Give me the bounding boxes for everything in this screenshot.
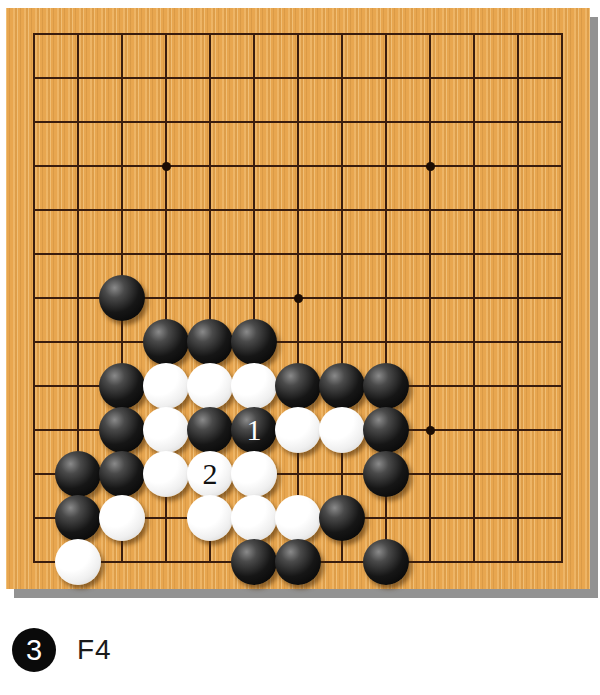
intersection-F12[interactable] bbox=[232, 56, 276, 100]
intersection-A1[interactable] bbox=[12, 540, 56, 584]
intersection-F6[interactable] bbox=[232, 320, 276, 364]
intersection-L12[interactable] bbox=[452, 56, 496, 100]
intersection-C11[interactable] bbox=[100, 100, 144, 144]
black-stone-B2 bbox=[55, 495, 101, 541]
intersection-D4[interactable] bbox=[144, 408, 188, 452]
intersection-D6[interactable] bbox=[144, 320, 188, 364]
intersection-K10[interactable] bbox=[408, 144, 452, 188]
intersection-J4[interactable] bbox=[364, 408, 408, 452]
intersection-K12[interactable] bbox=[408, 56, 452, 100]
intersection-H2[interactable] bbox=[320, 496, 364, 540]
black-stone-F6 bbox=[231, 319, 277, 365]
intersection-B5[interactable] bbox=[56, 364, 100, 408]
intersection-B2[interactable] bbox=[56, 496, 100, 540]
intersection-G4[interactable] bbox=[276, 408, 320, 452]
black-stone-C3 bbox=[99, 451, 145, 497]
intersection-D10[interactable] bbox=[144, 144, 188, 188]
white-stone-F2 bbox=[231, 495, 277, 541]
black-stone-J5 bbox=[363, 363, 409, 409]
black-stone-C7 bbox=[99, 275, 145, 321]
black-stone-E6 bbox=[187, 319, 233, 365]
intersection-E9[interactable] bbox=[188, 188, 232, 232]
intersection-B3[interactable] bbox=[56, 452, 100, 496]
intersection-K6[interactable] bbox=[408, 320, 452, 364]
white-stone-E3: 2 bbox=[187, 451, 233, 497]
intersection-C9[interactable] bbox=[100, 188, 144, 232]
caption: 3 F4 bbox=[12, 628, 112, 672]
intersection-B8[interactable] bbox=[56, 232, 100, 276]
move-number-label: 1 bbox=[247, 415, 262, 445]
intersection-J13[interactable] bbox=[364, 12, 408, 56]
black-stone-H5 bbox=[319, 363, 365, 409]
intersection-E2[interactable] bbox=[188, 496, 232, 540]
board-intersections: 12 bbox=[12, 12, 584, 584]
intersection-B12[interactable] bbox=[56, 56, 100, 100]
intersection-H11[interactable] bbox=[320, 100, 364, 144]
intersection-M11[interactable] bbox=[496, 100, 540, 144]
intersection-N12[interactable] bbox=[540, 56, 584, 100]
intersection-C3[interactable] bbox=[100, 452, 144, 496]
intersection-F10[interactable] bbox=[232, 144, 276, 188]
intersection-N8[interactable] bbox=[540, 232, 584, 276]
intersection-H9[interactable] bbox=[320, 188, 364, 232]
black-stone-C5 bbox=[99, 363, 145, 409]
intersection-A12[interactable] bbox=[12, 56, 56, 100]
intersection-N13[interactable] bbox=[540, 12, 584, 56]
intersection-C5[interactable] bbox=[100, 364, 144, 408]
intersection-E7[interactable] bbox=[188, 276, 232, 320]
intersection-N2[interactable] bbox=[540, 496, 584, 540]
intersection-N3[interactable] bbox=[540, 452, 584, 496]
intersection-J2[interactable] bbox=[364, 496, 408, 540]
intersection-C13[interactable] bbox=[100, 12, 144, 56]
intersection-J10[interactable] bbox=[364, 144, 408, 188]
intersection-B9[interactable] bbox=[56, 188, 100, 232]
intersection-M9[interactable] bbox=[496, 188, 540, 232]
intersection-C4[interactable] bbox=[100, 408, 144, 452]
intersection-M10[interactable] bbox=[496, 144, 540, 188]
white-stone-D5 bbox=[143, 363, 189, 409]
intersection-D12[interactable] bbox=[144, 56, 188, 100]
intersection-D13[interactable] bbox=[144, 12, 188, 56]
intersection-F5[interactable] bbox=[232, 364, 276, 408]
intersection-L6[interactable] bbox=[452, 320, 496, 364]
intersection-L2[interactable] bbox=[452, 496, 496, 540]
white-stone-G4 bbox=[275, 407, 321, 453]
black-stone-F1 bbox=[231, 539, 277, 585]
intersection-B13[interactable] bbox=[56, 12, 100, 56]
intersection-M1[interactable] bbox=[496, 540, 540, 584]
intersection-H8[interactable] bbox=[320, 232, 364, 276]
intersection-J11[interactable] bbox=[364, 100, 408, 144]
intersection-E13[interactable] bbox=[188, 12, 232, 56]
intersection-A4[interactable] bbox=[12, 408, 56, 452]
white-stone-F5 bbox=[231, 363, 277, 409]
intersection-F7[interactable] bbox=[232, 276, 276, 320]
intersection-G8[interactable] bbox=[276, 232, 320, 276]
intersection-H13[interactable] bbox=[320, 12, 364, 56]
black-stone-F4: 1 bbox=[231, 407, 277, 453]
move-3-number: 3 bbox=[26, 636, 42, 665]
intersection-B6[interactable] bbox=[56, 320, 100, 364]
intersection-M2[interactable] bbox=[496, 496, 540, 540]
intersection-E4[interactable] bbox=[188, 408, 232, 452]
intersection-D11[interactable] bbox=[144, 100, 188, 144]
intersection-C8[interactable] bbox=[100, 232, 144, 276]
white-stone-G2 bbox=[275, 495, 321, 541]
intersection-G5[interactable] bbox=[276, 364, 320, 408]
intersection-N9[interactable] bbox=[540, 188, 584, 232]
black-stone-E4 bbox=[187, 407, 233, 453]
intersection-F13[interactable] bbox=[232, 12, 276, 56]
black-stone-J1 bbox=[363, 539, 409, 585]
intersection-M12[interactable] bbox=[496, 56, 540, 100]
move-3-coordinate: F4 bbox=[77, 634, 112, 666]
intersection-E1[interactable] bbox=[188, 540, 232, 584]
intersection-J1[interactable] bbox=[364, 540, 408, 584]
intersection-G10[interactable] bbox=[276, 144, 320, 188]
intersection-K1[interactable] bbox=[408, 540, 452, 584]
intersection-A13[interactable] bbox=[12, 12, 56, 56]
intersection-L13[interactable] bbox=[452, 12, 496, 56]
intersection-H5[interactable] bbox=[320, 364, 364, 408]
intersection-L5[interactable] bbox=[452, 364, 496, 408]
intersection-N4[interactable] bbox=[540, 408, 584, 452]
intersection-L1[interactable] bbox=[452, 540, 496, 584]
intersection-C6[interactable] bbox=[100, 320, 144, 364]
intersection-A11[interactable] bbox=[12, 100, 56, 144]
intersection-A3[interactable] bbox=[12, 452, 56, 496]
intersection-H1[interactable] bbox=[320, 540, 364, 584]
intersection-E8[interactable] bbox=[188, 232, 232, 276]
intersection-C1[interactable] bbox=[100, 540, 144, 584]
intersection-N1[interactable] bbox=[540, 540, 584, 584]
intersection-K8[interactable] bbox=[408, 232, 452, 276]
intersection-N6[interactable] bbox=[540, 320, 584, 364]
white-stone-B1 bbox=[55, 539, 101, 585]
white-stone-D3 bbox=[143, 451, 189, 497]
intersection-M7[interactable] bbox=[496, 276, 540, 320]
intersection-G1[interactable] bbox=[276, 540, 320, 584]
intersection-B7[interactable] bbox=[56, 276, 100, 320]
intersection-A7[interactable] bbox=[12, 276, 56, 320]
intersection-K2[interactable] bbox=[408, 496, 452, 540]
intersection-K13[interactable] bbox=[408, 12, 452, 56]
intersection-B10[interactable] bbox=[56, 144, 100, 188]
intersection-J6[interactable] bbox=[364, 320, 408, 364]
intersection-E5[interactable] bbox=[188, 364, 232, 408]
white-stone-D4 bbox=[143, 407, 189, 453]
intersection-D7[interactable] bbox=[144, 276, 188, 320]
intersection-L10[interactable] bbox=[452, 144, 496, 188]
black-stone-G5 bbox=[275, 363, 321, 409]
intersection-L8[interactable] bbox=[452, 232, 496, 276]
move-3-black-stone-marker: 3 bbox=[12, 628, 56, 672]
intersection-M8[interactable] bbox=[496, 232, 540, 276]
intersection-G3[interactable] bbox=[276, 452, 320, 496]
intersection-N10[interactable] bbox=[540, 144, 584, 188]
intersection-C10[interactable] bbox=[100, 144, 144, 188]
intersection-G12[interactable] bbox=[276, 56, 320, 100]
intersection-F3[interactable] bbox=[232, 452, 276, 496]
intersection-F4[interactable]: 1 bbox=[232, 408, 276, 452]
intersection-H3[interactable] bbox=[320, 452, 364, 496]
black-stone-D6 bbox=[143, 319, 189, 365]
intersection-A6[interactable] bbox=[12, 320, 56, 364]
intersection-D8[interactable] bbox=[144, 232, 188, 276]
intersection-K5[interactable] bbox=[408, 364, 452, 408]
intersection-A2[interactable] bbox=[12, 496, 56, 540]
intersection-J3[interactable] bbox=[364, 452, 408, 496]
intersection-L9[interactable] bbox=[452, 188, 496, 232]
intersection-G9[interactable] bbox=[276, 188, 320, 232]
intersection-J12[interactable] bbox=[364, 56, 408, 100]
intersection-B4[interactable] bbox=[56, 408, 100, 452]
intersection-A5[interactable] bbox=[12, 364, 56, 408]
intersection-L7[interactable] bbox=[452, 276, 496, 320]
intersection-E11[interactable] bbox=[188, 100, 232, 144]
intersection-C7[interactable] bbox=[100, 276, 144, 320]
intersection-C2[interactable] bbox=[100, 496, 144, 540]
intersection-B1[interactable] bbox=[56, 540, 100, 584]
intersection-A9[interactable] bbox=[12, 188, 56, 232]
intersection-F1[interactable] bbox=[232, 540, 276, 584]
intersection-N11[interactable] bbox=[540, 100, 584, 144]
intersection-G11[interactable] bbox=[276, 100, 320, 144]
intersection-M3[interactable] bbox=[496, 452, 540, 496]
move-number-label: 2 bbox=[203, 459, 218, 489]
black-stone-G1 bbox=[275, 539, 321, 585]
intersection-K4[interactable] bbox=[408, 408, 452, 452]
white-stone-E2 bbox=[187, 495, 233, 541]
intersection-F11[interactable] bbox=[232, 100, 276, 144]
white-stone-E5 bbox=[187, 363, 233, 409]
intersection-H10[interactable] bbox=[320, 144, 364, 188]
intersection-J7[interactable] bbox=[364, 276, 408, 320]
intersection-K9[interactable] bbox=[408, 188, 452, 232]
intersection-N5[interactable] bbox=[540, 364, 584, 408]
intersection-E12[interactable] bbox=[188, 56, 232, 100]
intersection-K3[interactable] bbox=[408, 452, 452, 496]
intersection-G7[interactable] bbox=[276, 276, 320, 320]
intersection-F8[interactable] bbox=[232, 232, 276, 276]
intersection-H7[interactable] bbox=[320, 276, 364, 320]
intersection-B11[interactable] bbox=[56, 100, 100, 144]
intersection-K7[interactable] bbox=[408, 276, 452, 320]
intersection-M4[interactable] bbox=[496, 408, 540, 452]
intersection-D5[interactable] bbox=[144, 364, 188, 408]
intersection-M5[interactable] bbox=[496, 364, 540, 408]
intersection-M13[interactable] bbox=[496, 12, 540, 56]
intersection-L3[interactable] bbox=[452, 452, 496, 496]
intersection-H4[interactable] bbox=[320, 408, 364, 452]
white-stone-F3 bbox=[231, 451, 277, 497]
intersection-L11[interactable] bbox=[452, 100, 496, 144]
black-stone-B3 bbox=[55, 451, 101, 497]
black-stone-J4 bbox=[363, 407, 409, 453]
intersection-H6[interactable] bbox=[320, 320, 364, 364]
intersection-F2[interactable] bbox=[232, 496, 276, 540]
page: { "game": "go", "board": { "size": 13, "… bbox=[0, 0, 600, 695]
intersection-J8[interactable] bbox=[364, 232, 408, 276]
intersection-D9[interactable] bbox=[144, 188, 188, 232]
intersection-E10[interactable] bbox=[188, 144, 232, 188]
intersection-E3[interactable]: 2 bbox=[188, 452, 232, 496]
intersection-F9[interactable] bbox=[232, 188, 276, 232]
intersection-D1[interactable] bbox=[144, 540, 188, 584]
intersection-A10[interactable] bbox=[12, 144, 56, 188]
white-stone-C2 bbox=[99, 495, 145, 541]
intersection-D2[interactable] bbox=[144, 496, 188, 540]
black-stone-C4 bbox=[99, 407, 145, 453]
intersection-A8[interactable] bbox=[12, 232, 56, 276]
intersection-H12[interactable] bbox=[320, 56, 364, 100]
intersection-J9[interactable] bbox=[364, 188, 408, 232]
white-stone-H4 bbox=[319, 407, 365, 453]
intersection-K11[interactable] bbox=[408, 100, 452, 144]
intersection-L4[interactable] bbox=[452, 408, 496, 452]
intersection-C12[interactable] bbox=[100, 56, 144, 100]
intersection-N7[interactable] bbox=[540, 276, 584, 320]
intersection-E6[interactable] bbox=[188, 320, 232, 364]
intersection-G13[interactable] bbox=[276, 12, 320, 56]
intersection-D3[interactable] bbox=[144, 452, 188, 496]
black-stone-J3 bbox=[363, 451, 409, 497]
intersection-J5[interactable] bbox=[364, 364, 408, 408]
black-stone-H2 bbox=[319, 495, 365, 541]
intersection-M6[interactable] bbox=[496, 320, 540, 364]
go-board: 12 bbox=[6, 8, 590, 589]
intersection-G2[interactable] bbox=[276, 496, 320, 540]
intersection-G6[interactable] bbox=[276, 320, 320, 364]
